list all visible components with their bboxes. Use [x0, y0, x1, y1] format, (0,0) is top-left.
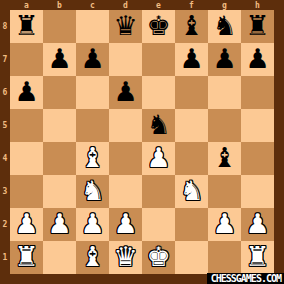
square-a3	[10, 175, 43, 208]
chess-board: ♜♛♚♝♞♜♟♟♟♟♟♟♟♞♝♟♝♞♞♟♟♟♟♟♟♜♝♛♚♜	[10, 10, 274, 274]
white-knight-c3: ♞	[76, 175, 109, 208]
file-label-a: a	[10, 0, 43, 10]
square-b2: ♟	[43, 208, 76, 241]
white-rook-a1: ♜	[10, 241, 43, 274]
square-a2: ♟	[10, 208, 43, 241]
square-c1: ♝	[76, 241, 109, 274]
file-label-h: h	[241, 0, 274, 10]
square-b7: ♟	[43, 43, 76, 76]
rank-label-3: 3	[0, 175, 10, 208]
rank-label-7: 7	[0, 43, 10, 76]
square-g6	[208, 76, 241, 109]
black-pawn-c7: ♟	[76, 43, 109, 76]
black-bishop-g4: ♝	[208, 142, 241, 175]
square-g3	[208, 175, 241, 208]
square-c5	[76, 109, 109, 142]
square-a6: ♟	[10, 76, 43, 109]
file-label-c: c	[76, 0, 109, 10]
square-g2: ♟	[208, 208, 241, 241]
square-f2	[175, 208, 208, 241]
square-a1: ♜	[10, 241, 43, 274]
square-c7: ♟	[76, 43, 109, 76]
square-g5	[208, 109, 241, 142]
white-rook-h1: ♜	[241, 241, 274, 274]
square-b5	[43, 109, 76, 142]
square-e8: ♚	[142, 10, 175, 43]
square-g7: ♟	[208, 43, 241, 76]
white-pawn-c2: ♟	[76, 208, 109, 241]
white-bishop-c1: ♝	[76, 241, 109, 274]
square-f4	[175, 142, 208, 175]
black-knight-e5: ♞	[142, 109, 175, 142]
white-pawn-h2: ♟	[241, 208, 274, 241]
square-c6	[76, 76, 109, 109]
square-d6: ♟	[109, 76, 142, 109]
square-d1: ♛	[109, 241, 142, 274]
square-f6	[175, 76, 208, 109]
square-d4	[109, 142, 142, 175]
square-b1	[43, 241, 76, 274]
file-label-e: e	[142, 0, 175, 10]
square-h1: ♜	[241, 241, 274, 274]
chessgames-logo: CHESSGAMES.COM	[207, 273, 284, 284]
black-queen-d8: ♛	[109, 10, 142, 43]
square-e5: ♞	[142, 109, 175, 142]
square-e4: ♟	[142, 142, 175, 175]
square-b4	[43, 142, 76, 175]
rank-label-5: 5	[0, 109, 10, 142]
square-d8: ♛	[109, 10, 142, 43]
rank-label-2: 2	[0, 208, 10, 241]
white-bishop-c4: ♝	[76, 142, 109, 175]
square-f3: ♞	[175, 175, 208, 208]
square-e1: ♚	[142, 241, 175, 274]
rank-label-1: 1	[0, 241, 10, 274]
square-e2	[142, 208, 175, 241]
square-g4: ♝	[208, 142, 241, 175]
white-pawn-g2: ♟	[208, 208, 241, 241]
black-rook-a8: ♜	[10, 10, 43, 43]
square-a7	[10, 43, 43, 76]
black-rook-h8: ♜	[241, 10, 274, 43]
square-b8	[43, 10, 76, 43]
square-h2: ♟	[241, 208, 274, 241]
square-e7	[142, 43, 175, 76]
white-knight-f3: ♞	[175, 175, 208, 208]
square-h8: ♜	[241, 10, 274, 43]
square-g1	[208, 241, 241, 274]
rank-label-8: 8	[0, 10, 10, 43]
black-knight-g8: ♞	[208, 10, 241, 43]
square-h3	[241, 175, 274, 208]
file-label-g: g	[208, 0, 241, 10]
square-e3	[142, 175, 175, 208]
square-f8: ♝	[175, 10, 208, 43]
square-e6	[142, 76, 175, 109]
square-d3	[109, 175, 142, 208]
white-pawn-b2: ♟	[43, 208, 76, 241]
file-label-d: d	[109, 0, 142, 10]
black-pawn-f7: ♟	[175, 43, 208, 76]
white-pawn-e4: ♟	[142, 142, 175, 175]
square-d7	[109, 43, 142, 76]
square-h7: ♟	[241, 43, 274, 76]
square-h6	[241, 76, 274, 109]
square-c8	[76, 10, 109, 43]
square-a4	[10, 142, 43, 175]
white-pawn-d2: ♟	[109, 208, 142, 241]
file-label-b: b	[43, 0, 76, 10]
white-king-e1: ♚	[142, 241, 175, 274]
black-pawn-b7: ♟	[43, 43, 76, 76]
square-b3	[43, 175, 76, 208]
rank-labels: 87654321	[0, 10, 10, 274]
black-pawn-g7: ♟	[208, 43, 241, 76]
white-pawn-a2: ♟	[10, 208, 43, 241]
black-king-e8: ♚	[142, 10, 175, 43]
square-a5	[10, 109, 43, 142]
square-h5	[241, 109, 274, 142]
square-c3: ♞	[76, 175, 109, 208]
rank-label-4: 4	[0, 142, 10, 175]
rank-label-6: 6	[0, 76, 10, 109]
square-c4: ♝	[76, 142, 109, 175]
chess-diagram: abcdefgh 87654321 ♜♛♚♝♞♜♟♟♟♟♟♟♟♞♝♟♝♞♞♟♟♟…	[0, 0, 284, 284]
square-a8: ♜	[10, 10, 43, 43]
square-g8: ♞	[208, 10, 241, 43]
file-label-f: f	[175, 0, 208, 10]
black-bishop-f8: ♝	[175, 10, 208, 43]
square-c2: ♟	[76, 208, 109, 241]
square-f7: ♟	[175, 43, 208, 76]
black-pawn-d6: ♟	[109, 76, 142, 109]
white-queen-d1: ♛	[109, 241, 142, 274]
square-f5	[175, 109, 208, 142]
black-pawn-a6: ♟	[10, 76, 43, 109]
square-b6	[43, 76, 76, 109]
file-labels: abcdefgh	[10, 0, 274, 10]
square-d2: ♟	[109, 208, 142, 241]
square-h4	[241, 142, 274, 175]
square-d5	[109, 109, 142, 142]
square-f1	[175, 241, 208, 274]
black-pawn-h7: ♟	[241, 43, 274, 76]
